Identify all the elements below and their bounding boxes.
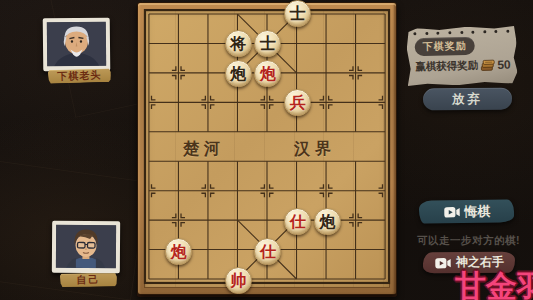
piece-black-炮[interactable]: 炮	[314, 208, 341, 235]
piece-glyph: 炮	[230, 60, 246, 87]
young-man-portrait	[56, 225, 116, 268]
paper-binding-holes	[413, 30, 509, 36]
piece-glyph: 炮	[171, 238, 187, 265]
piece-black-炮[interactable]: 炮	[225, 60, 252, 87]
piece-glyph: 帅	[230, 267, 246, 294]
self-avatar-card	[52, 221, 120, 273]
opponent-avatar	[47, 22, 106, 67]
self-avatar	[56, 225, 116, 268]
piece-black-士[interactable]: 士	[254, 30, 281, 57]
undo-label: 悔棋	[464, 202, 490, 220]
reward-panel: 下棋奖励 赢棋获得奖励 50	[406, 25, 518, 86]
piece-red-兵[interactable]: 兵	[284, 89, 311, 116]
board-intersections-grid[interactable]: 士将士炮炮兵仕炮炮仕帅	[134, 0, 402, 296]
opponent-avatar-card	[43, 18, 111, 72]
money-stack-icon	[480, 59, 495, 71]
piece-red-仕[interactable]: 仕	[254, 238, 281, 265]
give-up-button[interactable]: 放弃	[423, 88, 512, 111]
watermark-text: 甘金羽	[455, 266, 533, 300]
xiangqi-board: 楚河 汉界 士将士炮炮兵仕炮炮仕帅	[137, 2, 397, 295]
opponent-name-banner: 下棋老头	[48, 68, 111, 84]
reward-amount: 50	[497, 58, 511, 72]
self-name-banner: 自己	[60, 273, 117, 288]
piece-black-士[interactable]: 士	[284, 0, 311, 27]
old-man-portrait	[47, 22, 106, 67]
piece-glyph: 将	[230, 30, 246, 57]
piece-red-炮[interactable]: 炮	[254, 60, 281, 87]
watch-ad-video-icon	[442, 206, 460, 218]
piece-glyph: 炮	[319, 208, 335, 235]
piece-glyph: 炮	[260, 60, 276, 87]
watch-ad-video-icon	[434, 257, 452, 269]
piece-red-炮[interactable]: 炮	[165, 238, 192, 265]
piece-black-将[interactable]: 将	[225, 30, 252, 57]
piece-red-仕[interactable]: 仕	[284, 208, 311, 235]
give-up-label: 放弃	[452, 90, 483, 107]
piece-glyph: 士	[290, 0, 306, 27]
piece-glyph: 兵	[290, 89, 306, 116]
piece-glyph: 仕	[290, 208, 306, 235]
god-hand-hint-text: 可以走一步对方的棋!	[417, 234, 527, 248]
piece-glyph: 士	[260, 30, 276, 57]
piece-glyph: 仕	[260, 238, 276, 265]
undo-move-button[interactable]: 悔棋	[419, 199, 514, 223]
piece-red-帅[interactable]: 帅	[225, 267, 252, 294]
reward-description: 赢棋获得奖励	[415, 59, 478, 75]
reward-title-badge: 下棋奖励	[414, 37, 474, 57]
game-screen: 下棋老头 自己 楚河 汉界 士将士炮	[0, 0, 533, 300]
